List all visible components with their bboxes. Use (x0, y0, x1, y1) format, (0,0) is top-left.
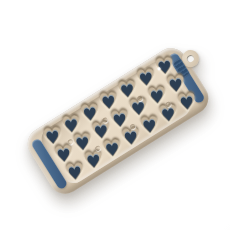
hang-hole (186, 54, 196, 64)
tray-shadow-wrap: ♥♥♥♥♥♥♥♥♥♥♥♥♥♥♥♥♥♥♥♥♥♥♥♥♥♥♥♥♥♥♥♥♥♥♥♥♥♥♥♥… (0, 0, 230, 230)
cavity-grid: ♥♥♥♥♥♥♥♥♥♥♥♥♥♥♥♥♥♥♥♥♥♥♥♥♥♥♥♥♥♥♥♥♥♥♥♥♥♥♥♥… (38, 58, 193, 187)
photo-canvas: ♥♥♥♥♥♥♥♥♥♥♥♥♥♥♥♥♥♥♥♥♥♥♥♥♥♥♥♥♥♥♥♥♥♥♥♥♥♥♥♥… (0, 0, 230, 230)
ice-cube-tray: ♥♥♥♥♥♥♥♥♥♥♥♥♥♥♥♥♥♥♥♥♥♥♥♥♥♥♥♥♥♥♥♥♥♥♥♥♥♥♥♥… (22, 42, 214, 200)
heart-icon: ♥ (175, 93, 199, 112)
heart-cavity: ♥♥ (175, 91, 199, 113)
